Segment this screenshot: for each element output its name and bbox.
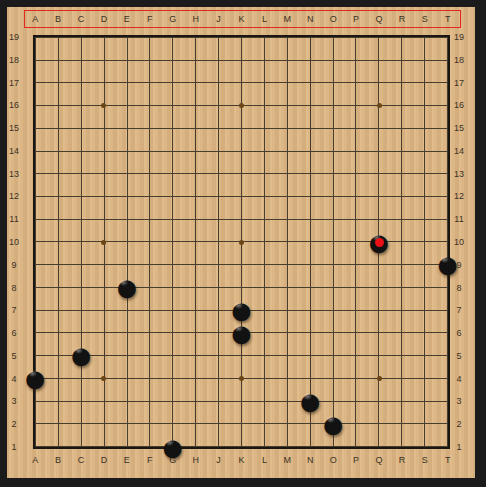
stone-glyph: ● xyxy=(114,275,139,300)
grid-cell xyxy=(82,424,105,447)
grid-cell xyxy=(356,265,379,288)
bottom-coordinate-label: L xyxy=(255,453,273,467)
grid-cell xyxy=(219,38,242,61)
grid-cell xyxy=(173,129,196,152)
right-coordinate-label: 12 xyxy=(450,189,468,203)
grid-cell xyxy=(82,174,105,197)
grid-cell xyxy=(356,424,379,447)
grid-cell xyxy=(219,174,242,197)
stone-glyph: ● xyxy=(229,298,254,323)
grid-cell xyxy=(334,288,357,311)
grid-cell xyxy=(196,83,219,106)
grid-cell xyxy=(288,129,311,152)
grid-cell xyxy=(219,129,242,152)
grid-cell xyxy=(128,356,151,379)
stone-glyph: ● xyxy=(321,412,346,437)
black-stone[interactable]: ● xyxy=(114,275,139,300)
grid-cell xyxy=(356,333,379,356)
grid-cell xyxy=(196,379,219,402)
grid-cell xyxy=(425,106,448,129)
grid-cell xyxy=(36,424,59,447)
grid-cell xyxy=(356,106,379,129)
top-coordinate-label: B xyxy=(49,12,67,26)
grid-cell xyxy=(288,106,311,129)
grid-cell xyxy=(311,220,334,243)
grid-cell xyxy=(356,197,379,220)
bottom-coordinate-label: D xyxy=(95,453,113,467)
grid-cell xyxy=(196,333,219,356)
grid-cell xyxy=(242,83,265,106)
right-coordinate-label: 1 xyxy=(450,440,468,454)
left-coordinate-label: 13 xyxy=(5,167,23,181)
grid-cell xyxy=(128,174,151,197)
black-stone[interactable]: ● xyxy=(23,366,48,391)
right-coordinate-label: 6 xyxy=(450,326,468,340)
left-coordinate-label: 14 xyxy=(5,144,23,158)
grid-cell xyxy=(425,402,448,425)
grid-cell xyxy=(59,220,82,243)
grid-cell xyxy=(265,152,288,175)
grid-cell xyxy=(59,83,82,106)
grid-cell xyxy=(402,220,425,243)
stone-glyph: ● xyxy=(23,366,48,391)
grid-cell xyxy=(150,129,173,152)
grid-cell xyxy=(128,424,151,447)
grid-cell xyxy=(173,242,196,265)
grid-cell xyxy=(334,83,357,106)
grid-cell xyxy=(242,61,265,84)
grid-cell xyxy=(59,424,82,447)
grid-cell xyxy=(311,38,334,61)
grid-cell xyxy=(288,288,311,311)
top-coordinate-label: F xyxy=(141,12,159,26)
grid-cell xyxy=(82,38,105,61)
top-coordinate-label: P xyxy=(347,12,365,26)
right-coordinate-label: 13 xyxy=(450,167,468,181)
grid-cell xyxy=(173,288,196,311)
grid-cell xyxy=(36,106,59,129)
top-coordinate-label: M xyxy=(278,12,296,26)
grid-cell xyxy=(242,356,265,379)
top-coordinate-label: R xyxy=(393,12,411,26)
grid-cell xyxy=(402,61,425,84)
grid-cell xyxy=(288,220,311,243)
grid-cell xyxy=(105,152,128,175)
bottom-coordinate-label: S xyxy=(416,453,434,467)
top-coordinate-label: E xyxy=(118,12,136,26)
right-coordinate-label: 4 xyxy=(450,372,468,386)
black-stone[interactable]: ● xyxy=(229,298,254,323)
grid-cell xyxy=(105,333,128,356)
grid-cell xyxy=(150,333,173,356)
grid-cell xyxy=(425,197,448,220)
top-coordinate-label: L xyxy=(255,12,273,26)
grid-cell xyxy=(356,402,379,425)
grid-cell xyxy=(59,38,82,61)
grid-cell xyxy=(334,220,357,243)
grid-cell xyxy=(288,242,311,265)
grid-cell xyxy=(265,333,288,356)
grid-cell xyxy=(82,129,105,152)
grid-cell xyxy=(356,174,379,197)
grid-cell xyxy=(36,174,59,197)
grid-cell xyxy=(379,402,402,425)
grid-cell xyxy=(265,61,288,84)
grid-cell xyxy=(59,311,82,334)
grid-cell xyxy=(425,220,448,243)
grid-cell xyxy=(265,129,288,152)
grid-cell xyxy=(379,129,402,152)
grid-cell xyxy=(219,106,242,129)
grid-cell xyxy=(128,379,151,402)
grid-cell xyxy=(36,220,59,243)
grid-cell xyxy=(150,197,173,220)
grid-cell xyxy=(105,38,128,61)
grid-cell xyxy=(196,311,219,334)
grid-cell xyxy=(173,83,196,106)
grid-cell xyxy=(36,38,59,61)
top-coordinate-label: H xyxy=(187,12,205,26)
grid-cell xyxy=(150,311,173,334)
black-stone[interactable]: ● xyxy=(435,252,460,277)
grid-cell xyxy=(311,333,334,356)
grid-cell xyxy=(356,379,379,402)
grid-cell xyxy=(379,379,402,402)
left-coordinate-label: 15 xyxy=(5,121,23,135)
grid-cell xyxy=(128,38,151,61)
grid-cell xyxy=(402,242,425,265)
grid-cell xyxy=(242,38,265,61)
bottom-coordinate-label: K xyxy=(232,453,250,467)
star-point xyxy=(377,103,382,108)
grid-cell xyxy=(150,288,173,311)
grid-cell xyxy=(219,424,242,447)
stone-glyph: ● xyxy=(298,389,323,414)
black-stone[interactable]: ● xyxy=(367,230,392,255)
grid-cell xyxy=(219,197,242,220)
grid-cell xyxy=(196,356,219,379)
grid-cell xyxy=(379,152,402,175)
grid-cell xyxy=(265,242,288,265)
grid-cell xyxy=(425,356,448,379)
bottom-coordinate-label: J xyxy=(210,453,228,467)
grid-cell xyxy=(105,197,128,220)
grid-cell xyxy=(82,311,105,334)
grid-cell xyxy=(173,220,196,243)
grid-cell xyxy=(288,152,311,175)
grid-cell xyxy=(36,265,59,288)
left-coordinate-label: 3 xyxy=(5,394,23,408)
grid-cell xyxy=(402,174,425,197)
grid-cell xyxy=(402,38,425,61)
left-coordinate-label: 1 xyxy=(5,440,23,454)
grid-cell xyxy=(150,265,173,288)
grid-cell xyxy=(128,129,151,152)
grid-cell xyxy=(219,83,242,106)
right-coordinate-label: 15 xyxy=(450,121,468,135)
grid-cell xyxy=(288,333,311,356)
right-coordinate-label: 17 xyxy=(450,76,468,90)
grid-cell xyxy=(150,61,173,84)
grid-cell xyxy=(196,174,219,197)
grid-cell xyxy=(288,174,311,197)
grid-cell xyxy=(288,197,311,220)
bottom-coordinate-label: F xyxy=(141,453,159,467)
grid-cell xyxy=(36,288,59,311)
grid-cell xyxy=(105,311,128,334)
right-coordinate-label: 7 xyxy=(450,303,468,317)
grid-cell xyxy=(402,402,425,425)
grid-cell xyxy=(242,129,265,152)
grid-cell xyxy=(59,129,82,152)
grid-cell xyxy=(425,288,448,311)
grid-cell xyxy=(219,265,242,288)
grid-cell xyxy=(402,288,425,311)
grid-cell xyxy=(196,38,219,61)
grid-cell xyxy=(128,333,151,356)
left-coordinate-label: 18 xyxy=(5,53,23,67)
left-coordinate-label: 9 xyxy=(5,258,23,272)
grid-cell xyxy=(379,197,402,220)
right-coordinate-label: 18 xyxy=(450,53,468,67)
grid-cell xyxy=(173,356,196,379)
grid-cell xyxy=(265,197,288,220)
grid-cell xyxy=(379,174,402,197)
left-coordinate-label: 12 xyxy=(5,189,23,203)
grid-cell xyxy=(82,220,105,243)
right-coordinate-label: 16 xyxy=(450,98,468,112)
grid-cell xyxy=(59,402,82,425)
grid-cell xyxy=(105,83,128,106)
grid-cell xyxy=(379,288,402,311)
grid-cell xyxy=(265,402,288,425)
grid-cell xyxy=(242,265,265,288)
grid-cell xyxy=(379,333,402,356)
grid-cell xyxy=(196,402,219,425)
grid-cell xyxy=(196,242,219,265)
grid-cell xyxy=(265,174,288,197)
grid-cell xyxy=(150,106,173,129)
grid-cell xyxy=(196,106,219,129)
grid-cell xyxy=(59,379,82,402)
grid-cell xyxy=(402,83,425,106)
grid-cell xyxy=(265,83,288,106)
grid-cell xyxy=(82,288,105,311)
grid-cell xyxy=(334,356,357,379)
grid-cell xyxy=(402,265,425,288)
left-coordinate-label: 11 xyxy=(5,212,23,226)
bottom-coordinate-label: O xyxy=(324,453,342,467)
left-coordinate-label: 19 xyxy=(5,30,23,44)
grid-cell xyxy=(379,106,402,129)
grid-cell xyxy=(425,38,448,61)
grid-cell xyxy=(356,356,379,379)
stone-glyph: ● xyxy=(435,252,460,277)
grid-cell xyxy=(334,311,357,334)
grid-cell xyxy=(82,197,105,220)
grid-cell xyxy=(219,402,242,425)
grid-cell xyxy=(334,61,357,84)
top-coordinate-label: K xyxy=(232,12,250,26)
grid-cell xyxy=(36,83,59,106)
grid-cell xyxy=(150,356,173,379)
grid-cell xyxy=(288,311,311,334)
grid-cell xyxy=(128,61,151,84)
grid-cell xyxy=(196,288,219,311)
grid-cell xyxy=(242,242,265,265)
grid-cell xyxy=(128,220,151,243)
grid-cell xyxy=(402,106,425,129)
grid-cell xyxy=(311,288,334,311)
top-coordinate-label: C xyxy=(72,12,90,26)
grid-cell xyxy=(288,424,311,447)
bottom-coordinate-label: C xyxy=(72,453,90,467)
grid-cell xyxy=(334,38,357,61)
grid-cell xyxy=(425,333,448,356)
grid-cell xyxy=(402,379,425,402)
right-coordinate-label: 3 xyxy=(450,394,468,408)
grid-cell xyxy=(128,106,151,129)
grid-cell xyxy=(334,242,357,265)
bottom-coordinate-label: Q xyxy=(370,453,388,467)
top-coordinate-label: A xyxy=(26,12,44,26)
grid-cell xyxy=(105,356,128,379)
right-coordinate-label: 5 xyxy=(450,349,468,363)
grid-cell xyxy=(105,424,128,447)
bottom-coordinate-label: R xyxy=(393,453,411,467)
grid-cell xyxy=(36,152,59,175)
grid-cell xyxy=(242,424,265,447)
grid-cell xyxy=(379,83,402,106)
right-coordinate-label: 14 xyxy=(450,144,468,158)
grid-cell xyxy=(150,152,173,175)
grid-cell xyxy=(425,174,448,197)
black-stone[interactable]: ● xyxy=(160,435,185,460)
left-coordinate-label: 10 xyxy=(5,235,23,249)
grid-cell xyxy=(59,106,82,129)
grid-cell xyxy=(59,242,82,265)
grid-cell xyxy=(356,83,379,106)
grid-cell xyxy=(265,38,288,61)
grid-cell xyxy=(356,129,379,152)
grid-cell xyxy=(311,265,334,288)
grid-cell xyxy=(242,106,265,129)
grid-cell xyxy=(82,242,105,265)
grid-cell xyxy=(334,379,357,402)
grid-cell xyxy=(219,356,242,379)
top-coordinate-label: J xyxy=(210,12,228,26)
grid-cell xyxy=(402,333,425,356)
grid-cell xyxy=(379,356,402,379)
grid-cell xyxy=(288,356,311,379)
grid-cell xyxy=(196,197,219,220)
grid-cell xyxy=(219,379,242,402)
grid-cell xyxy=(173,265,196,288)
black-stone[interactable]: ● xyxy=(298,389,323,414)
grid-cell xyxy=(150,379,173,402)
grid-cell xyxy=(105,402,128,425)
grid-cell xyxy=(150,38,173,61)
grid-cell xyxy=(82,106,105,129)
grid-cell xyxy=(59,288,82,311)
grid-cell xyxy=(59,152,82,175)
bottom-coordinate-label: A xyxy=(26,453,44,467)
grid-cell xyxy=(219,242,242,265)
grid-cell xyxy=(425,424,448,447)
grid-cell xyxy=(173,197,196,220)
left-coordinate-label: 17 xyxy=(5,76,23,90)
grid-cell xyxy=(425,129,448,152)
grid-cell xyxy=(128,311,151,334)
grid-cell xyxy=(173,152,196,175)
grid-cell xyxy=(82,61,105,84)
grid-cell xyxy=(265,288,288,311)
grid-cell xyxy=(242,174,265,197)
bottom-coordinate-label: B xyxy=(49,453,67,467)
bottom-coordinate-label: T xyxy=(439,453,457,467)
grid-cell xyxy=(173,61,196,84)
grid-cell xyxy=(334,197,357,220)
grid-cell xyxy=(150,402,173,425)
grid-cell xyxy=(311,356,334,379)
grid-cell xyxy=(36,61,59,84)
top-coordinate-label: N xyxy=(301,12,319,26)
grid-cell xyxy=(402,197,425,220)
right-coordinate-label: 11 xyxy=(450,212,468,226)
grid-cell xyxy=(379,61,402,84)
left-coordinate-label: 5 xyxy=(5,349,23,363)
grid-cell xyxy=(311,311,334,334)
grid-cell xyxy=(356,61,379,84)
stone-glyph: ● xyxy=(367,230,392,255)
grid-cell xyxy=(150,83,173,106)
grid-cell xyxy=(196,129,219,152)
grid-cell xyxy=(150,174,173,197)
grid-cell xyxy=(379,311,402,334)
star-point xyxy=(239,240,244,245)
grid-cell xyxy=(173,174,196,197)
grid-cell xyxy=(128,197,151,220)
grid-cell xyxy=(402,424,425,447)
black-stone[interactable]: ● xyxy=(321,412,346,437)
grid-cell xyxy=(402,152,425,175)
grid-cell xyxy=(82,152,105,175)
grid-cell xyxy=(311,83,334,106)
grid-cell xyxy=(36,129,59,152)
grid-cell xyxy=(265,220,288,243)
grid-cell xyxy=(265,356,288,379)
grid-cell xyxy=(288,265,311,288)
left-coordinate-label: 8 xyxy=(5,281,23,295)
left-coordinate-label: 16 xyxy=(5,98,23,112)
grid-cell xyxy=(288,83,311,106)
grid-cell xyxy=(128,402,151,425)
black-stone[interactable]: ● xyxy=(69,343,94,368)
grid-cell xyxy=(356,152,379,175)
star-point xyxy=(377,376,382,381)
grid-cell xyxy=(173,402,196,425)
grid-cell xyxy=(82,402,105,425)
grid-cell xyxy=(150,242,173,265)
grid-cell xyxy=(334,333,357,356)
grid-cell xyxy=(105,379,128,402)
left-coordinate-label: 2 xyxy=(5,417,23,431)
top-coordinate-label: Q xyxy=(370,12,388,26)
grid-cell xyxy=(402,311,425,334)
grid-cell xyxy=(288,61,311,84)
grid-cell xyxy=(105,61,128,84)
go-board-app: AABBCCDDEEFFGGHHJJKKLLMMNNOOPPQQRRSSTT19… xyxy=(0,0,486,487)
